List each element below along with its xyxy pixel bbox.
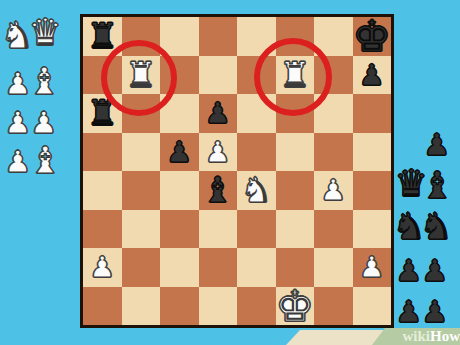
square-e8[interactable]	[237, 17, 276, 56]
captured-black-pawn: ♟	[422, 256, 449, 286]
piece-white-rook-b7[interactable]: ♜	[122, 56, 161, 95]
square-c6[interactable]	[160, 94, 199, 133]
square-g3[interactable]	[314, 210, 353, 249]
square-e7[interactable]	[237, 56, 276, 95]
piece-white-pawn-h2[interactable]: ♟	[353, 248, 392, 287]
square-f6[interactable]	[276, 94, 315, 133]
square-g6[interactable]	[314, 94, 353, 133]
square-c2[interactable]	[160, 248, 199, 287]
square-c8[interactable]	[160, 17, 199, 56]
square-e6[interactable]	[237, 94, 276, 133]
square-h2[interactable]: ♟	[353, 248, 392, 287]
piece-white-pawn-d5[interactable]: ♟	[199, 133, 238, 172]
piece-black-king-h8[interactable]: ♚	[353, 17, 392, 56]
square-h8[interactable]: ♚	[353, 17, 392, 56]
square-b5[interactable]	[122, 133, 161, 172]
square-f1[interactable]: ♚	[276, 287, 315, 326]
square-d1[interactable]	[199, 287, 238, 326]
square-d4[interactable]: ♝	[199, 171, 238, 210]
captured-white-queen: ♛	[28, 14, 61, 51]
square-a2[interactable]: ♟	[83, 248, 122, 287]
chess-board: ♜♚♜♜♟♜♟♟♟♝♞♟♟♟♚	[80, 14, 394, 328]
square-h6[interactable]	[353, 94, 392, 133]
square-f7[interactable]: ♜	[276, 56, 315, 95]
square-a4[interactable]	[83, 171, 122, 210]
square-d8[interactable]	[199, 17, 238, 56]
square-b7[interactable]: ♜	[122, 56, 161, 95]
square-d7[interactable]	[199, 56, 238, 95]
square-a6[interactable]: ♜	[83, 94, 122, 133]
piece-white-pawn-g4[interactable]: ♟	[314, 171, 353, 210]
square-a7[interactable]	[83, 56, 122, 95]
square-c5[interactable]: ♟	[160, 133, 199, 172]
captured-white-pawn: ♟	[5, 147, 32, 177]
piece-black-pawn-c5[interactable]: ♟	[160, 133, 199, 172]
captured-black-pawn: ♟	[422, 297, 449, 327]
square-c3[interactable]	[160, 210, 199, 249]
square-e1[interactable]	[237, 287, 276, 326]
wikihow-wiki-text: wiki	[402, 328, 430, 345]
captured-white-pawn: ♟	[5, 108, 32, 138]
square-d6[interactable]: ♟	[199, 94, 238, 133]
square-g2[interactable]	[314, 248, 353, 287]
piece-white-pawn-a2[interactable]: ♟	[83, 248, 122, 287]
captured-black-pawn: ♟	[424, 130, 451, 160]
square-h7[interactable]: ♟	[353, 56, 392, 95]
piece-black-rook-a6[interactable]: ♜	[83, 94, 122, 133]
square-a5[interactable]	[83, 133, 122, 172]
square-e3[interactable]	[237, 210, 276, 249]
square-c1[interactable]	[160, 287, 199, 326]
square-b2[interactable]	[122, 248, 161, 287]
square-e4[interactable]: ♞	[237, 171, 276, 210]
square-b8[interactable]	[122, 17, 161, 56]
square-h5[interactable]	[353, 133, 392, 172]
square-g8[interactable]	[314, 17, 353, 56]
square-b1[interactable]	[122, 287, 161, 326]
square-b4[interactable]	[122, 171, 161, 210]
square-h3[interactable]	[353, 210, 392, 249]
piece-white-knight-e4[interactable]: ♞	[237, 171, 276, 210]
square-f4[interactable]	[276, 171, 315, 210]
illustration-canvas: ♜♚♜♜♟♜♟♟♟♝♞♟♟♟♚ ♞♛♟♝♟♟♟♝ ♟♛♝♞♞♟♟♟♟ wikiH…	[0, 0, 460, 345]
piece-black-bishop-d4[interactable]: ♝	[199, 171, 238, 210]
square-d2[interactable]	[199, 248, 238, 287]
square-c7[interactable]	[160, 56, 199, 95]
captured-white-bishop: ♝	[28, 142, 61, 179]
square-a1[interactable]	[83, 287, 122, 326]
square-c4[interactable]	[160, 171, 199, 210]
square-h4[interactable]	[353, 171, 392, 210]
square-h1[interactable]	[353, 287, 392, 326]
captured-white-pawn: ♟	[31, 108, 58, 138]
captured-black-bishop: ♝	[420, 167, 453, 204]
piece-black-pawn-d6[interactable]: ♟	[199, 94, 238, 133]
square-e2[interactable]	[237, 248, 276, 287]
square-d3[interactable]	[199, 210, 238, 249]
captured-black-pawn: ♟	[396, 256, 423, 286]
square-g1[interactable]	[314, 287, 353, 326]
piece-black-pawn-h7[interactable]: ♟	[353, 56, 392, 95]
square-g5[interactable]	[314, 133, 353, 172]
captured-black-knight: ♞	[419, 208, 452, 245]
wikihow-watermark: wikiHow	[372, 328, 460, 345]
square-f3[interactable]	[276, 210, 315, 249]
square-a8[interactable]: ♜	[83, 17, 122, 56]
square-d5[interactable]: ♟	[199, 133, 238, 172]
square-f8[interactable]	[276, 17, 315, 56]
piece-white-rook-f7[interactable]: ♜	[276, 56, 315, 95]
captured-black-pawn: ♟	[396, 297, 423, 327]
square-f5[interactable]	[276, 133, 315, 172]
piece-black-rook-a8[interactable]: ♜	[83, 17, 122, 56]
piece-white-king-f1[interactable]: ♚	[276, 287, 315, 326]
square-b6[interactable]	[122, 94, 161, 133]
square-a3[interactable]	[83, 210, 122, 249]
square-g4[interactable]: ♟	[314, 171, 353, 210]
square-g7[interactable]	[314, 56, 353, 95]
wikihow-how-text: How	[430, 328, 460, 345]
square-b3[interactable]	[122, 210, 161, 249]
square-e5[interactable]	[237, 133, 276, 172]
captured-white-bishop: ♝	[27, 63, 60, 100]
